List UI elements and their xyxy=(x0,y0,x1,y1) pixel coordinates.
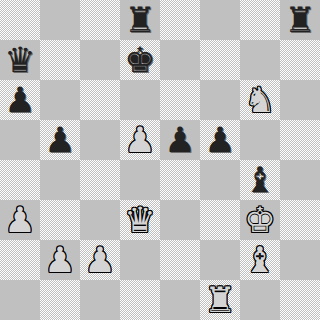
square-f5[interactable]: ♟ xyxy=(200,120,240,160)
square-c4[interactable] xyxy=(80,160,120,200)
square-b4[interactable] xyxy=(40,160,80,200)
square-a2[interactable] xyxy=(0,240,40,280)
black-rook-icon[interactable]: ♜ xyxy=(284,0,315,40)
white-queen-icon[interactable]: ♛ xyxy=(124,200,155,240)
black-pawn-icon[interactable]: ♟ xyxy=(4,80,35,120)
square-c7[interactable] xyxy=(80,40,120,80)
square-a8[interactable] xyxy=(0,0,40,40)
white-king-icon[interactable]: ♚ xyxy=(244,200,275,240)
square-b8[interactable] xyxy=(40,0,80,40)
white-pawn-icon[interactable]: ♟ xyxy=(124,120,155,160)
white-knight-icon[interactable]: ♞ xyxy=(244,80,275,120)
square-d7[interactable]: ♚ xyxy=(120,40,160,80)
black-pawn-icon[interactable]: ♟ xyxy=(204,120,235,160)
square-e6[interactable] xyxy=(160,80,200,120)
square-g8[interactable] xyxy=(240,0,280,40)
square-c6[interactable] xyxy=(80,80,120,120)
black-pawn-icon[interactable]: ♟ xyxy=(44,120,75,160)
square-h5[interactable] xyxy=(280,120,320,160)
square-c3[interactable] xyxy=(80,200,120,240)
square-f2[interactable] xyxy=(200,240,240,280)
white-pawn-icon[interactable]: ♟ xyxy=(84,240,115,280)
square-h4[interactable] xyxy=(280,160,320,200)
square-b7[interactable] xyxy=(40,40,80,80)
square-a1[interactable] xyxy=(0,280,40,320)
square-a7[interactable]: ♛ xyxy=(0,40,40,80)
black-queen-icon[interactable]: ♛ xyxy=(4,40,35,80)
square-e1[interactable] xyxy=(160,280,200,320)
white-bishop-icon[interactable]: ♝ xyxy=(244,240,275,280)
black-pawn-icon[interactable]: ♟ xyxy=(164,120,195,160)
square-h2[interactable] xyxy=(280,240,320,280)
square-f4[interactable] xyxy=(200,160,240,200)
square-e8[interactable] xyxy=(160,0,200,40)
square-g1[interactable] xyxy=(240,280,280,320)
square-b2[interactable]: ♟ xyxy=(40,240,80,280)
square-g6[interactable]: ♞ xyxy=(240,80,280,120)
square-g2[interactable]: ♝ xyxy=(240,240,280,280)
square-h8[interactable]: ♜ xyxy=(280,0,320,40)
square-a5[interactable] xyxy=(0,120,40,160)
square-c2[interactable]: ♟ xyxy=(80,240,120,280)
square-g4[interactable]: ♝ xyxy=(240,160,280,200)
square-f8[interactable] xyxy=(200,0,240,40)
square-f3[interactable] xyxy=(200,200,240,240)
square-g5[interactable] xyxy=(240,120,280,160)
square-a4[interactable] xyxy=(0,160,40,200)
square-e4[interactable] xyxy=(160,160,200,200)
square-h1[interactable] xyxy=(280,280,320,320)
black-bishop-icon[interactable]: ♝ xyxy=(244,160,275,200)
square-g7[interactable] xyxy=(240,40,280,80)
square-d5[interactable]: ♟ xyxy=(120,120,160,160)
square-b3[interactable] xyxy=(40,200,80,240)
square-e3[interactable] xyxy=(160,200,200,240)
square-d4[interactable] xyxy=(120,160,160,200)
square-b1[interactable] xyxy=(40,280,80,320)
square-h7[interactable] xyxy=(280,40,320,80)
black-king-icon[interactable]: ♚ xyxy=(124,40,155,80)
square-g3[interactable]: ♚ xyxy=(240,200,280,240)
square-c8[interactable] xyxy=(80,0,120,40)
square-f6[interactable] xyxy=(200,80,240,120)
white-rook-icon[interactable]: ♜ xyxy=(204,280,235,320)
square-e7[interactable] xyxy=(160,40,200,80)
square-d1[interactable] xyxy=(120,280,160,320)
square-b6[interactable] xyxy=(40,80,80,120)
square-f1[interactable]: ♜ xyxy=(200,280,240,320)
square-d6[interactable] xyxy=(120,80,160,120)
black-rook-icon[interactable]: ♜ xyxy=(124,0,155,40)
square-c5[interactable] xyxy=(80,120,120,160)
white-pawn-icon[interactable]: ♟ xyxy=(44,240,75,280)
square-a3[interactable]: ♟ xyxy=(0,200,40,240)
square-b5[interactable]: ♟ xyxy=(40,120,80,160)
square-c1[interactable] xyxy=(80,280,120,320)
square-h3[interactable] xyxy=(280,200,320,240)
square-f7[interactable] xyxy=(200,40,240,80)
white-pawn-icon[interactable]: ♟ xyxy=(4,200,35,240)
chess-board: ♜♜♛♚♟♞♟♟♟♟♝♟♛♚♟♟♝♜ xyxy=(0,0,320,320)
square-d2[interactable] xyxy=(120,240,160,280)
square-a6[interactable]: ♟ xyxy=(0,80,40,120)
square-h6[interactable] xyxy=(280,80,320,120)
square-d8[interactable]: ♜ xyxy=(120,0,160,40)
square-e5[interactable]: ♟ xyxy=(160,120,200,160)
square-d3[interactable]: ♛ xyxy=(120,200,160,240)
square-e2[interactable] xyxy=(160,240,200,280)
